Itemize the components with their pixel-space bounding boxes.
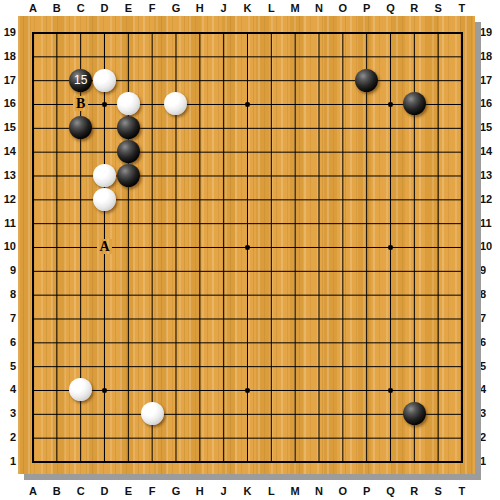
coord-bottom-B: B	[45, 484, 69, 498]
letter-label-B: B	[73, 96, 88, 111]
coord-left-15: 15	[0, 120, 16, 135]
coord-left-4: 4	[0, 382, 16, 397]
coord-left-13: 13	[0, 168, 16, 183]
board-point-D10[interactable]: A	[93, 235, 117, 259]
coord-right-8: 8	[480, 287, 500, 302]
coord-top-R: R	[402, 1, 426, 15]
coord-bottom-O: O	[331, 484, 355, 498]
black-stone-C15[interactable]	[69, 116, 92, 139]
coord-top-D: D	[92, 1, 116, 15]
black-stone-R16[interactable]	[403, 92, 426, 115]
coord-right-14: 14	[480, 144, 500, 159]
coord-bottom-P: P	[355, 484, 379, 498]
board-point-F3[interactable]	[140, 402, 164, 426]
board-point-E14[interactable]	[116, 140, 140, 164]
coord-top-O: O	[331, 1, 355, 15]
coord-right-4: 4	[480, 382, 500, 397]
coord-top-N: N	[307, 1, 331, 15]
piece-grid: 15AB	[21, 21, 474, 474]
white-stone-F3[interactable]	[141, 402, 164, 425]
coord-bottom-G: G	[164, 484, 188, 498]
coord-right-15: 15	[480, 120, 500, 135]
coord-left-5: 5	[0, 359, 16, 374]
coord-bottom-J: J	[212, 484, 236, 498]
coord-top-L: L	[259, 1, 283, 15]
coord-right-7: 7	[480, 311, 500, 326]
coord-right-3: 3	[480, 406, 500, 421]
coord-top-M: M	[283, 1, 307, 15]
board-point-R3[interactable]	[402, 402, 426, 426]
board-point-P17[interactable]	[355, 68, 379, 92]
coord-bottom-K: K	[235, 484, 259, 498]
coord-right-5: 5	[480, 359, 500, 374]
coord-right-11: 11	[480, 216, 500, 231]
go-diagram-screen: ABCDEFGHJKLMNOPQRST ABCDEFGHJKLMNOPQRST …	[0, 0, 500, 500]
coord-left-8: 8	[0, 287, 16, 302]
board-point-E15[interactable]	[116, 116, 140, 140]
board-point-G16[interactable]	[164, 92, 188, 116]
board-point-D17[interactable]	[93, 68, 117, 92]
coord-top-A: A	[21, 1, 45, 15]
coord-top-S: S	[426, 1, 450, 15]
board-point-D13[interactable]	[93, 164, 117, 188]
coord-left-11: 11	[0, 216, 16, 231]
coord-bottom-L: L	[259, 484, 283, 498]
black-stone-E15[interactable]	[117, 116, 140, 139]
coord-bottom-E: E	[116, 484, 140, 498]
coord-left-1: 1	[0, 454, 16, 469]
board-point-D12[interactable]	[93, 187, 117, 211]
white-stone-C4[interactable]	[69, 378, 92, 401]
coord-right-18: 18	[480, 49, 500, 64]
board-point-C15[interactable]	[69, 116, 93, 140]
move-number-label: 15	[74, 74, 87, 86]
coord-top-Q: Q	[378, 1, 402, 15]
board-point-C4[interactable]	[69, 378, 93, 402]
coord-left-2: 2	[0, 430, 16, 445]
coord-top-C: C	[69, 1, 93, 15]
coord-left-9: 9	[0, 263, 16, 278]
coord-bottom-S: S	[426, 484, 450, 498]
coord-left-17: 17	[0, 73, 16, 88]
white-stone-E16[interactable]	[117, 92, 140, 115]
coord-left-19: 19	[0, 25, 16, 40]
coord-right-2: 2	[480, 430, 500, 445]
coord-bottom-Q: Q	[378, 484, 402, 498]
black-stone-E13[interactable]	[117, 164, 140, 187]
coord-right-9: 9	[480, 263, 500, 278]
coord-top-F: F	[140, 1, 164, 15]
coord-right-16: 16	[480, 96, 500, 111]
coord-right-10: 10	[480, 239, 500, 254]
coord-bottom-R: R	[402, 484, 426, 498]
coord-bottom-M: M	[283, 484, 307, 498]
coord-top-K: K	[235, 1, 259, 15]
coord-bottom-T: T	[450, 484, 474, 498]
coord-top-P: P	[355, 1, 379, 15]
coord-bottom-A: A	[21, 484, 45, 498]
coord-left-14: 14	[0, 144, 16, 159]
coord-left-7: 7	[0, 311, 16, 326]
letter-label-A: A	[97, 239, 112, 254]
coord-top-G: G	[164, 1, 188, 15]
coord-left-18: 18	[0, 49, 16, 64]
coord-right-12: 12	[480, 192, 500, 207]
coord-right-17: 17	[480, 73, 500, 88]
coord-top-J: J	[212, 1, 236, 15]
black-stone-R3[interactable]	[403, 402, 426, 425]
coord-left-12: 12	[0, 192, 16, 207]
coord-left-16: 16	[0, 96, 16, 111]
coord-bottom-C: C	[69, 484, 93, 498]
coord-right-13: 13	[480, 168, 500, 183]
coord-left-6: 6	[0, 335, 16, 350]
coord-right-1: 1	[480, 454, 500, 469]
board-point-E13[interactable]	[116, 164, 140, 188]
white-stone-D12[interactable]	[93, 188, 116, 211]
coord-top-B: B	[45, 1, 69, 15]
white-stone-D17[interactable]	[93, 69, 116, 92]
coord-left-10: 10	[0, 239, 16, 254]
coord-right-6: 6	[480, 335, 500, 350]
coord-top-H: H	[188, 1, 212, 15]
black-stone-C17[interactable]: 15	[69, 69, 92, 92]
coord-bottom-H: H	[188, 484, 212, 498]
coord-right-19: 19	[480, 25, 500, 40]
board-point-C17[interactable]: 15	[69, 68, 93, 92]
board-point-E16[interactable]	[116, 92, 140, 116]
coord-bottom-F: F	[140, 484, 164, 498]
coord-bottom-D: D	[92, 484, 116, 498]
go-board[interactable]: 15AB	[18, 16, 475, 474]
black-stone-E14[interactable]	[117, 140, 140, 163]
board-point-C16[interactable]: B	[69, 92, 93, 116]
coord-bottom-N: N	[307, 484, 331, 498]
coord-top-E: E	[116, 1, 140, 15]
black-stone-P17[interactable]	[355, 69, 378, 92]
white-stone-D13[interactable]	[93, 164, 116, 187]
coord-top-T: T	[450, 1, 474, 15]
coord-left-3: 3	[0, 406, 16, 421]
white-stone-G16[interactable]	[164, 92, 187, 115]
board-point-R16[interactable]	[402, 92, 426, 116]
